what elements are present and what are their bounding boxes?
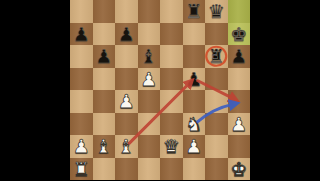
square-e6[interactable] [160,45,183,68]
square-h7[interactable]: ♚ [228,23,251,46]
black-queen[interactable]: ♛ [205,0,228,23]
white-pawn[interactable]: ♟ [138,68,161,91]
square-e4[interactable] [160,90,183,113]
square-d7[interactable] [138,23,161,46]
square-f3[interactable]: ♞ [183,113,206,136]
square-g3[interactable] [205,113,228,136]
square-g5[interactable] [205,68,228,91]
white-pawn[interactable]: ♟ [115,90,138,113]
square-g8[interactable]: ♛ [205,0,228,23]
square-d4[interactable] [138,90,161,113]
square-b5[interactable] [93,68,116,91]
square-d3[interactable] [138,113,161,136]
square-b6[interactable]: ♟ [93,45,116,68]
square-f8[interactable]: ♜ [183,0,206,23]
black-pawn[interactable]: ♟ [115,23,138,46]
black-rook[interactable]: ♜ [183,0,206,23]
white-pawn[interactable]: ♟ [183,135,206,158]
square-c5[interactable] [115,68,138,91]
square-e7[interactable] [160,23,183,46]
white-king[interactable]: ♚ [228,158,251,181]
white-bishop[interactable]: ♝ [115,135,138,158]
square-g4[interactable] [205,90,228,113]
square-d8[interactable] [138,0,161,23]
square-c6[interactable] [115,45,138,68]
square-b2[interactable]: ♝ [93,135,116,158]
square-a1[interactable]: ♜ [70,158,93,181]
square-h8[interactable] [228,0,251,23]
square-f7[interactable] [183,23,206,46]
square-d6[interactable]: ♝ [138,45,161,68]
white-pawn[interactable]: ♟ [228,113,251,136]
square-h6[interactable]: ♟ [228,45,251,68]
square-g7[interactable] [205,23,228,46]
black-pawn[interactable]: ♟ [228,45,251,68]
white-knight[interactable]: ♞ [183,113,206,136]
square-f2[interactable]: ♟ [183,135,206,158]
square-g6[interactable]: ♜ [205,45,228,68]
black-king[interactable]: ♚ [228,23,251,46]
square-b3[interactable] [93,113,116,136]
chess-board[interactable]: ♜♛♟♟♚♟♝♜♟♟♟♟♞♟♟♝♝♛♟♜♚ [70,0,250,180]
square-f6[interactable] [183,45,206,68]
square-c3[interactable] [115,113,138,136]
letterbox-right [250,0,320,180]
black-pawn[interactable]: ♟ [70,23,93,46]
black-pawn[interactable]: ♟ [93,45,116,68]
white-bishop[interactable]: ♝ [93,135,116,158]
square-f5[interactable]: ♟ [183,68,206,91]
square-f4[interactable] [183,90,206,113]
square-c7[interactable]: ♟ [115,23,138,46]
square-a5[interactable] [70,68,93,91]
square-g2[interactable] [205,135,228,158]
square-b7[interactable] [93,23,116,46]
square-e3[interactable] [160,113,183,136]
square-b4[interactable] [93,90,116,113]
chess-board-stage: ♜♛♟♟♚♟♝♜♟♟♟♟♞♟♟♝♝♛♟♜♚ ☝ [70,0,250,180]
square-a4[interactable] [70,90,93,113]
white-queen[interactable]: ♛ [160,135,183,158]
square-b1[interactable] [93,158,116,181]
square-d1[interactable] [138,158,161,181]
square-c8[interactable] [115,0,138,23]
square-f1[interactable] [183,158,206,181]
square-c1[interactable] [115,158,138,181]
square-h1[interactable]: ♚ [228,158,251,181]
square-d5[interactable]: ♟ [138,68,161,91]
square-h3[interactable]: ♟ [228,113,251,136]
square-a3[interactable] [70,113,93,136]
square-c4[interactable]: ♟ [115,90,138,113]
square-h5[interactable] [228,68,251,91]
square-h4[interactable] [228,90,251,113]
square-e5[interactable] [160,68,183,91]
square-c2[interactable]: ♝ [115,135,138,158]
square-d2[interactable] [138,135,161,158]
square-e8[interactable] [160,0,183,23]
square-h2[interactable] [228,135,251,158]
black-rook[interactable]: ♜ [205,45,228,68]
square-e1[interactable] [160,158,183,181]
square-a6[interactable] [70,45,93,68]
white-pawn[interactable]: ♟ [70,135,93,158]
square-a7[interactable]: ♟ [70,23,93,46]
square-a2[interactable]: ♟ [70,135,93,158]
letterbox-left [0,0,70,180]
square-b8[interactable] [93,0,116,23]
square-e2[interactable]: ♛ [160,135,183,158]
square-g1[interactable] [205,158,228,181]
black-pawn[interactable]: ♟ [183,68,206,91]
square-a8[interactable] [70,0,93,23]
black-bishop[interactable]: ♝ [138,45,161,68]
white-rook[interactable]: ♜ [70,158,93,181]
